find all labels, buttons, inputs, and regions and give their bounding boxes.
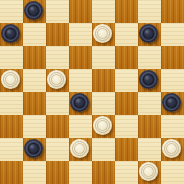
square-b4[interactable] [23,92,46,115]
square-a1[interactable] [0,161,23,184]
black-man-b2[interactable] [24,139,43,158]
square-g8[interactable] [138,0,161,23]
white-man-c5[interactable] [47,70,66,89]
square-d6[interactable] [69,46,92,69]
square-c1[interactable] [46,161,69,184]
square-e5[interactable] [92,69,115,92]
square-c8[interactable] [46,0,69,23]
white-man-e7[interactable] [93,24,112,43]
black-man-a7[interactable] [1,24,20,43]
square-c6[interactable] [46,46,69,69]
black-man-d4[interactable] [70,93,89,112]
square-e4[interactable] [92,92,115,115]
square-g5[interactable] [138,69,161,92]
square-g4[interactable] [138,92,161,115]
square-d2[interactable] [69,138,92,161]
square-h4[interactable] [161,92,184,115]
square-c2[interactable] [46,138,69,161]
black-man-g7[interactable] [139,24,158,43]
square-d3[interactable] [69,115,92,138]
square-a2[interactable] [0,138,23,161]
square-h7[interactable] [161,23,184,46]
square-a3[interactable] [0,115,23,138]
white-man-a5[interactable] [1,70,20,89]
square-e6[interactable] [92,46,115,69]
square-d5[interactable] [69,69,92,92]
white-man-h2[interactable] [162,139,181,158]
square-f7[interactable] [115,23,138,46]
square-b8[interactable] [23,0,46,23]
square-c4[interactable] [46,92,69,115]
square-f2[interactable] [115,138,138,161]
square-b6[interactable] [23,46,46,69]
square-b2[interactable] [23,138,46,161]
square-f6[interactable] [115,46,138,69]
square-d8[interactable] [69,0,92,23]
square-a4[interactable] [0,92,23,115]
square-e3[interactable] [92,115,115,138]
white-man-e3[interactable] [93,116,112,135]
black-man-g5[interactable] [139,70,158,89]
white-man-d2[interactable] [70,139,89,158]
square-h5[interactable] [161,69,184,92]
square-f1[interactable] [115,161,138,184]
square-d7[interactable] [69,23,92,46]
square-a5[interactable] [0,69,23,92]
square-c5[interactable] [46,69,69,92]
square-h2[interactable] [161,138,184,161]
square-h8[interactable] [161,0,184,23]
square-b7[interactable] [23,23,46,46]
square-f3[interactable] [115,115,138,138]
square-a7[interactable] [0,23,23,46]
square-f8[interactable] [115,0,138,23]
square-a6[interactable] [0,46,23,69]
square-e8[interactable] [92,0,115,23]
square-g1[interactable] [138,161,161,184]
square-h6[interactable] [161,46,184,69]
square-h1[interactable] [161,161,184,184]
square-d4[interactable] [69,92,92,115]
square-c7[interactable] [46,23,69,46]
square-b3[interactable] [23,115,46,138]
square-g2[interactable] [138,138,161,161]
checkers-board [0,0,184,184]
square-a8[interactable] [0,0,23,23]
square-e7[interactable] [92,23,115,46]
square-e1[interactable] [92,161,115,184]
square-d1[interactable] [69,161,92,184]
square-f4[interactable] [115,92,138,115]
black-man-h4[interactable] [162,93,181,112]
square-f5[interactable] [115,69,138,92]
square-c3[interactable] [46,115,69,138]
square-g7[interactable] [138,23,161,46]
white-man-g1[interactable] [139,162,158,181]
square-g6[interactable] [138,46,161,69]
square-e2[interactable] [92,138,115,161]
black-man-b8[interactable] [24,1,43,20]
square-b1[interactable] [23,161,46,184]
square-b5[interactable] [23,69,46,92]
square-g3[interactable] [138,115,161,138]
square-h3[interactable] [161,115,184,138]
